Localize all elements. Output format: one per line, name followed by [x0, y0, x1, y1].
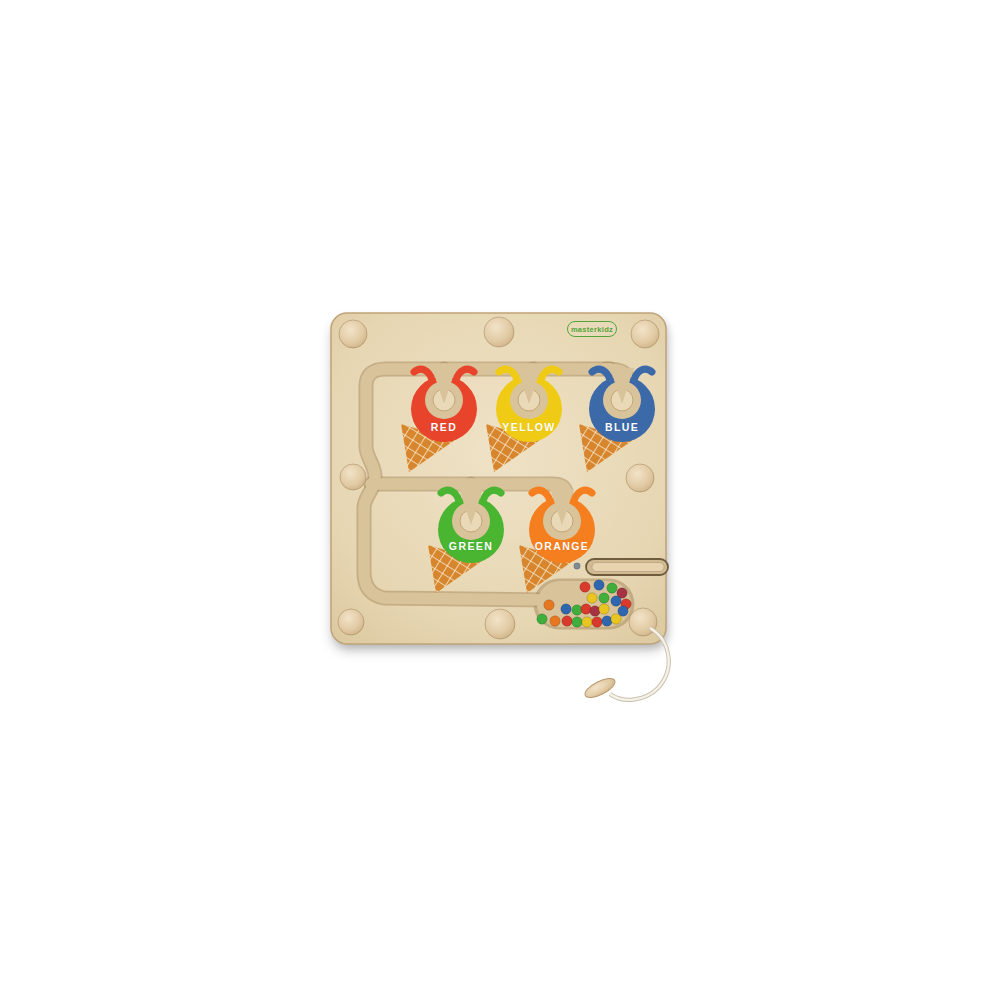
bead-blue[interactable] — [611, 596, 621, 606]
brand-logo-text: masterkidz — [571, 325, 613, 334]
wand-slot-rod[interactable] — [592, 563, 664, 572]
bead-red[interactable] — [581, 604, 591, 614]
bead-orange[interactable] — [544, 600, 554, 610]
bead-blue[interactable] — [561, 604, 571, 614]
board-svg — [0, 0, 1000, 1000]
label-orange: ORANGE — [535, 540, 590, 552]
bead-yellow[interactable] — [611, 614, 621, 624]
wand-slot — [586, 559, 668, 575]
label-yellow: YELLOW — [502, 421, 555, 433]
label-green: GREEN — [449, 540, 493, 552]
knob-top-left — [339, 320, 367, 348]
knob-right-middle — [626, 464, 654, 492]
bead-green[interactable] — [607, 583, 617, 593]
knob-top-right — [631, 320, 659, 348]
bead-green[interactable] — [599, 593, 609, 603]
bead-green[interactable] — [572, 617, 582, 627]
bead-blue[interactable] — [594, 580, 604, 590]
bead-red[interactable] — [562, 616, 572, 626]
product-photo: masterkidz RED YELLOW BLUE GREEN ORANGE — [0, 0, 1000, 1000]
knob-top-center — [484, 317, 514, 347]
knob-left-middle — [340, 464, 366, 490]
bead-yellow[interactable] — [582, 617, 592, 627]
label-blue: BLUE — [605, 421, 639, 433]
bead-green[interactable] — [537, 614, 547, 624]
bead-blue[interactable] — [618, 606, 628, 616]
bead-blue[interactable] — [602, 616, 612, 626]
knob-bottom-center — [485, 609, 515, 639]
knob-bottom-left — [338, 609, 364, 635]
bead-red[interactable] — [580, 582, 590, 592]
bead-yellow[interactable] — [587, 593, 597, 603]
bead-yellow[interactable] — [599, 604, 609, 614]
metal-pin — [574, 563, 580, 569]
bead-red[interactable] — [592, 617, 602, 627]
bead-dark-red[interactable] — [590, 606, 600, 616]
bead-orange[interactable] — [550, 616, 560, 626]
label-red: RED — [431, 421, 457, 433]
brand-logo: masterkidz — [567, 321, 617, 337]
